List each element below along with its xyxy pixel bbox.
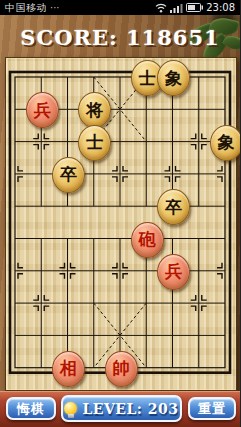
- level-button[interactable]: LEVEL: 203: [61, 395, 182, 422]
- black-elephant-piece[interactable]: 象: [210, 125, 241, 161]
- red-cannon-piece[interactable]: 砲: [131, 222, 164, 258]
- red-soldier-piece[interactable]: 兵: [26, 92, 59, 128]
- red-elephant-piece[interactable]: 相: [52, 351, 85, 387]
- bottom-toolbar: 悔棋 LEVEL: 203 重置: [0, 391, 240, 427]
- red-soldier-piece[interactable]: 兵: [157, 254, 190, 290]
- carrier-label: 中国移动: [5, 1, 47, 15]
- black-elephant-piece[interactable]: 象: [157, 60, 190, 96]
- undo-button[interactable]: 悔棋: [6, 397, 56, 420]
- undo-button-label: 悔棋: [17, 400, 45, 418]
- battery-icon: [186, 3, 203, 12]
- reset-button[interactable]: 重置: [188, 397, 236, 420]
- xiangqi-board[interactable]: 士象兵将士象卒卒砲兵相帥: [5, 57, 237, 391]
- clock-label: 23:08: [206, 2, 235, 13]
- carrier-more: ···: [50, 2, 60, 13]
- black-advisor-piece[interactable]: 士: [78, 125, 111, 161]
- red-general-piece[interactable]: 帥: [105, 351, 138, 387]
- wifi-icon: [155, 3, 167, 13]
- signal-strength-icon: [170, 3, 183, 13]
- status-bar: 中国移动 ··· 23:08: [0, 0, 240, 15]
- black-soldier-piece[interactable]: 卒: [52, 157, 85, 193]
- level-button-label: LEVEL: 203: [82, 401, 178, 417]
- hint-bulb-icon: [64, 402, 77, 415]
- score-display: SCORE: 118651: [0, 25, 240, 50]
- black-general-piece[interactable]: 将: [78, 92, 111, 128]
- reset-button-label: 重置: [198, 400, 226, 418]
- black-soldier-piece[interactable]: 卒: [157, 189, 190, 225]
- pieces-layer: 士象兵将士象卒卒砲兵相帥: [6, 58, 236, 390]
- app-screen: 中国移动 ··· 23:08 SCORE: 118651 士象兵将士象卒卒砲兵相…: [0, 0, 240, 427]
